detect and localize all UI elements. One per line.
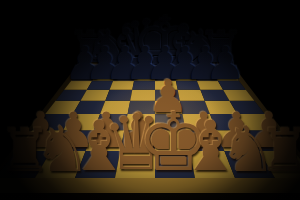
piece-black-pawn-h7: ♟	[205, 41, 246, 87]
pieces-layer: ♜♞♝♛♚♝♞♜♟♟♟♟♟♟♟♟♟♟♟♟♟♟♟♟♜♞♝♛♚♝♞♜	[0, 0, 300, 200]
chessboard-photo: ♜♞♝♛♚♝♞♜♟♟♟♟♟♟♟♟♟♟♟♟♟♟♟♟♜♞♝♛♚♝♞♜	[0, 0, 300, 200]
piece-white-rook-h1: ♜	[258, 121, 300, 181]
